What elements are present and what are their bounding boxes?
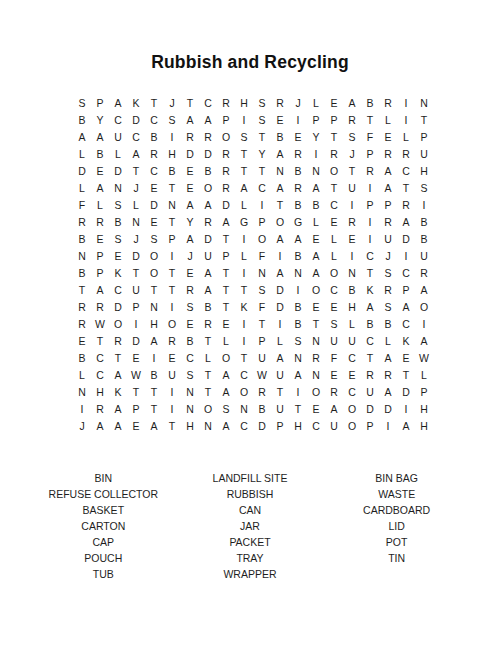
grid-cell: A <box>271 146 289 163</box>
grid-cell: R <box>379 214 397 231</box>
grid-cell: P <box>415 384 433 401</box>
grid-cell: E <box>397 350 415 367</box>
grid-cell: B <box>379 316 397 333</box>
word-list-item: WASTE <box>323 486 470 502</box>
grid-cell: I <box>271 248 289 265</box>
grid-cell: S <box>379 299 397 316</box>
grid-cell: E <box>289 129 307 146</box>
grid-cell: L <box>307 214 325 231</box>
grid-cell: T <box>217 231 235 248</box>
grid-cell: O <box>145 265 163 282</box>
grid-cell: H <box>415 163 433 180</box>
word-list-column: BIN BAGWASTECARDBOARDLIDPOTTIN <box>323 470 470 566</box>
grid-cell: A <box>397 214 415 231</box>
grid-cell: B <box>415 214 433 231</box>
grid-cell: T <box>235 350 253 367</box>
grid-cell: O <box>271 214 289 231</box>
word-list-column: LANDFILL SITERUBBISHCANJARPACKETTRAYWRAP… <box>177 470 324 582</box>
grid-cell: F <box>361 129 379 146</box>
grid-cell: B <box>199 163 217 180</box>
grid-cell: I <box>235 333 253 350</box>
grid-cell: P <box>91 248 109 265</box>
grid-cell: P <box>397 282 415 299</box>
grid-cell: I <box>235 316 253 333</box>
grid-cell: E <box>325 214 343 231</box>
grid-cell: K <box>109 384 127 401</box>
grid-cell: R <box>217 163 235 180</box>
grid-cell: I <box>163 248 181 265</box>
grid-cell: P <box>325 112 343 129</box>
grid-cell: I <box>397 248 415 265</box>
grid-cell: B <box>253 401 271 418</box>
grid-cell: D <box>253 418 271 435</box>
grid-cell: C <box>361 248 379 265</box>
grid-cell: T <box>145 384 163 401</box>
grid-cell: I <box>73 401 91 418</box>
grid-cell: C <box>91 367 109 384</box>
grid-cell: J <box>127 180 145 197</box>
grid-cell: A <box>289 367 307 384</box>
grid-cell: J <box>181 248 199 265</box>
grid-cell: E <box>325 95 343 112</box>
grid-cell: U <box>325 418 343 435</box>
grid-cell: U <box>163 367 181 384</box>
grid-cell: I <box>163 384 181 401</box>
grid-cell: P <box>361 146 379 163</box>
grid-cell: H <box>343 299 361 316</box>
grid-cell: R <box>181 282 199 299</box>
grid-cell: N <box>73 248 91 265</box>
grid-cell: E <box>91 231 109 248</box>
grid-cell: O <box>199 180 217 197</box>
grid-cell: R <box>343 214 361 231</box>
grid-cell: D <box>127 333 145 350</box>
word-list-item: POUCH <box>30 550 177 566</box>
grid-cell: N <box>307 333 325 350</box>
grid-cell: I <box>379 418 397 435</box>
grid-cell: L <box>235 248 253 265</box>
grid-cell: N <box>343 265 361 282</box>
grid-cell: N <box>289 265 307 282</box>
grid-cell: T <box>235 163 253 180</box>
grid-cell: R <box>307 350 325 367</box>
word-list-item: CARTON <box>30 518 177 534</box>
grid-cell: A <box>289 231 307 248</box>
grid-cell: B <box>91 146 109 163</box>
grid-cell: A <box>307 180 325 197</box>
grid-cell: A <box>415 282 433 299</box>
grid-cell: R <box>397 197 415 214</box>
grid-cell: S <box>163 112 181 129</box>
grid-cell: S <box>343 129 361 146</box>
grid-cell: R <box>91 299 109 316</box>
grid-cell: T <box>253 129 271 146</box>
grid-cell: C <box>235 418 253 435</box>
grid-cell: B <box>109 214 127 231</box>
grid-cell: L <box>325 231 343 248</box>
word-list: BINREFUSE COLLECTORBASKETCARTONCAPPOUCHT… <box>30 470 470 582</box>
grid-cell: I <box>253 197 271 214</box>
grid-cell: L <box>325 248 343 265</box>
grid-cell: T <box>73 282 91 299</box>
word-list-item: CARDBOARD <box>323 502 470 518</box>
grid-cell: A <box>145 418 163 435</box>
grid-cell: T <box>361 112 379 129</box>
grid-cell: N <box>109 180 127 197</box>
grid-cell: N <box>145 299 163 316</box>
grid-cell: P <box>127 401 145 418</box>
grid-cell: S <box>379 265 397 282</box>
grid-cell: C <box>181 350 199 367</box>
grid-cell: B <box>289 248 307 265</box>
grid-cell: K <box>235 299 253 316</box>
grid-cell: O <box>343 418 361 435</box>
grid-cell: L <box>343 316 361 333</box>
grid-cell: A <box>199 197 217 214</box>
grid-cell: B <box>73 350 91 367</box>
grid-cell: B <box>289 299 307 316</box>
grid-cell: C <box>127 129 145 146</box>
grid-cell: S <box>73 95 91 112</box>
grid-cell: A <box>181 112 199 129</box>
grid-cell: E <box>109 248 127 265</box>
grid-cell: L <box>73 367 91 384</box>
grid-cell: A <box>109 367 127 384</box>
grid-cell: B <box>307 197 325 214</box>
grid-cell: I <box>235 231 253 248</box>
grid-cell: N <box>73 384 91 401</box>
word-list-item: CAP <box>30 534 177 550</box>
grid-cell: R <box>109 333 127 350</box>
grid-cell: R <box>379 95 397 112</box>
grid-cell: P <box>163 231 181 248</box>
grid-cell: N <box>163 197 181 214</box>
grid-cell: N <box>289 350 307 367</box>
grid-cell: D <box>145 197 163 214</box>
grid-cell: O <box>217 350 235 367</box>
grid-cell: C <box>235 367 253 384</box>
grid-cell: C <box>397 265 415 282</box>
grid-cell: O <box>145 248 163 265</box>
grid-cell: I <box>307 146 325 163</box>
grid-cell: P <box>271 418 289 435</box>
grid-cell: B <box>163 163 181 180</box>
grid-cell: E <box>145 214 163 231</box>
grid-cell: S <box>253 95 271 112</box>
grid-cell: T <box>271 384 289 401</box>
grid-cell: J <box>379 248 397 265</box>
grid-cell: E <box>181 180 199 197</box>
grid-cell: N <box>415 95 433 112</box>
grid-cell: T <box>145 95 163 112</box>
grid-cell: R <box>253 384 271 401</box>
grid-cell: N <box>181 384 199 401</box>
grid-cell: E <box>325 299 343 316</box>
grid-cell: E <box>307 231 325 248</box>
grid-cell: S <box>181 299 199 316</box>
grid-cell: A <box>343 95 361 112</box>
grid-cell: B <box>361 95 379 112</box>
grid-cell: D <box>397 384 415 401</box>
grid-cell: A <box>109 401 127 418</box>
grid-cell: P <box>361 418 379 435</box>
grid-cell: A <box>361 299 379 316</box>
grid-cell: H <box>145 316 163 333</box>
grid-cell: W <box>253 367 271 384</box>
grid-cell: N <box>271 163 289 180</box>
grid-cell: Y <box>91 112 109 129</box>
grid-cell: T <box>199 333 217 350</box>
grid-cell: I <box>361 214 379 231</box>
grid-cell: T <box>127 384 145 401</box>
grid-cell: U <box>379 231 397 248</box>
grid-cell: H <box>235 95 253 112</box>
grid-cell: T <box>145 282 163 299</box>
grid-cell: U <box>127 282 145 299</box>
grid-cell: S <box>289 333 307 350</box>
grid-cell: L <box>415 367 433 384</box>
grid-cell: U <box>109 129 127 146</box>
grid-cell: I <box>415 197 433 214</box>
grid-cell: Y <box>181 214 199 231</box>
grid-cell: I <box>415 316 433 333</box>
grid-cell: U <box>415 248 433 265</box>
grid-cell: I <box>397 95 415 112</box>
grid-cell: C <box>91 350 109 367</box>
grid-cell: S <box>235 129 253 146</box>
grid-cell: I <box>343 197 361 214</box>
grid-cell: H <box>163 146 181 163</box>
grid-cell: U <box>343 180 361 197</box>
grid-cell: N <box>235 401 253 418</box>
grid-cell: R <box>145 146 163 163</box>
grid-cell: P <box>415 129 433 146</box>
grid-cell: T <box>217 282 235 299</box>
grid-cell: A <box>271 265 289 282</box>
grid-cell: B <box>289 163 307 180</box>
grid-cell: C <box>199 95 217 112</box>
grid-cell: T <box>163 180 181 197</box>
grid-cell: I <box>127 316 145 333</box>
grid-cell: I <box>163 129 181 146</box>
grid-cell: B <box>199 299 217 316</box>
grid-cell: D <box>271 282 289 299</box>
grid-cell: B <box>73 231 91 248</box>
grid-cell: B <box>361 316 379 333</box>
grid-cell: D <box>217 197 235 214</box>
grid-cell: K <box>127 95 145 112</box>
grid-cell: D <box>397 231 415 248</box>
word-list-item: LID <box>323 518 470 534</box>
grid-cell: L <box>199 350 217 367</box>
grid-cell: T <box>415 112 433 129</box>
grid-cell: I <box>343 248 361 265</box>
grid-cell: R <box>181 129 199 146</box>
grid-cell: R <box>379 282 397 299</box>
word-list-item: JAR <box>177 518 324 534</box>
grid-cell: R <box>217 95 235 112</box>
grid-cell: B <box>181 333 199 350</box>
grid-cell: A <box>271 231 289 248</box>
grid-cell: P <box>307 112 325 129</box>
grid-cell: D <box>271 299 289 316</box>
grid-cell: U <box>325 333 343 350</box>
grid-cell: A <box>181 231 199 248</box>
grid-cell: P <box>361 197 379 214</box>
grid-cell: F <box>253 299 271 316</box>
grid-cell: A <box>91 418 109 435</box>
grid-cell: S <box>253 112 271 129</box>
grid-cell: E <box>307 401 325 418</box>
grid-cell: T <box>199 367 217 384</box>
grid-cell: B <box>145 129 163 146</box>
grid-cell: A <box>379 163 397 180</box>
grid-cell: L <box>73 180 91 197</box>
grid-cell: C <box>145 112 163 129</box>
puzzle-page: Rubbish and Recycling SPAKTJTCRHSRJLEABR… <box>0 0 500 647</box>
grid-cell: A <box>145 333 163 350</box>
grid-cell: A <box>199 282 217 299</box>
grid-cell: B <box>73 265 91 282</box>
grid-cell: H <box>415 418 433 435</box>
grid-cell: D <box>181 146 199 163</box>
grid-cell: A <box>181 197 199 214</box>
grid-cell: P <box>127 299 145 316</box>
grid-cell: A <box>217 214 235 231</box>
grid-cell: R <box>217 180 235 197</box>
grid-cell: R <box>199 316 217 333</box>
grid-cell: J <box>73 418 91 435</box>
grid-cell: E <box>91 163 109 180</box>
grid-cell: A <box>397 418 415 435</box>
grid-cell: F <box>253 248 271 265</box>
grid-cell: L <box>235 197 253 214</box>
puzzle-title: Rubbish and Recycling <box>0 52 500 73</box>
grid-cell: K <box>397 333 415 350</box>
word-list-item: WRAPPER <box>177 566 324 582</box>
grid-cell: R <box>397 146 415 163</box>
grid-cell: B <box>343 282 361 299</box>
grid-cell: D <box>361 401 379 418</box>
grid-cell: O <box>307 282 325 299</box>
word-search-grid: SPAKTJTCRHSRJLEABRINBYCDCSAAPISEIPPRTLIT… <box>73 95 433 435</box>
grid-cell: T <box>289 401 307 418</box>
grid-cell: R <box>415 265 433 282</box>
grid-cell: I <box>361 231 379 248</box>
grid-cell: A <box>379 350 397 367</box>
grid-cell: P <box>217 248 235 265</box>
grid-cell: P <box>253 214 271 231</box>
grid-cell: T <box>163 265 181 282</box>
grid-cell: A <box>379 180 397 197</box>
grid-cell: W <box>91 316 109 333</box>
grid-cell: C <box>253 180 271 197</box>
grid-cell: A <box>271 350 289 367</box>
grid-cell: O <box>325 163 343 180</box>
grid-cell: L <box>379 112 397 129</box>
grid-cell: O <box>109 316 127 333</box>
grid-cell: C <box>109 282 127 299</box>
grid-cell: E <box>73 333 91 350</box>
grid-cell: E <box>163 350 181 367</box>
grid-cell: A <box>379 384 397 401</box>
word-list-item: LANDFILL SITE <box>177 470 324 486</box>
grid-cell: D <box>199 231 217 248</box>
grid-cell: U <box>253 350 271 367</box>
grid-cell: A <box>199 265 217 282</box>
grid-cell: T <box>253 316 271 333</box>
grid-cell: A <box>91 180 109 197</box>
grid-cell: C <box>325 282 343 299</box>
grid-cell: T <box>235 282 253 299</box>
grid-cell: B <box>289 197 307 214</box>
grid-cell: G <box>235 214 253 231</box>
grid-cell: S <box>109 231 127 248</box>
grid-cell: K <box>361 282 379 299</box>
grid-cell: U <box>343 333 361 350</box>
grid-cell: T <box>397 180 415 197</box>
grid-cell: S <box>253 282 271 299</box>
grid-cell: C <box>325 197 343 214</box>
grid-cell: B <box>73 112 91 129</box>
grid-cell: S <box>415 180 433 197</box>
grid-cell: T <box>163 282 181 299</box>
grid-cell: H <box>289 418 307 435</box>
grid-cell: A <box>397 299 415 316</box>
word-list-item: REFUSE COLLECTOR <box>30 486 177 502</box>
grid-cell: L <box>127 197 145 214</box>
grid-cell: W <box>127 367 145 384</box>
grid-cell: A <box>307 248 325 265</box>
grid-cell: T <box>325 129 343 146</box>
grid-cell: C <box>145 163 163 180</box>
grid-cell: S <box>181 367 199 384</box>
grid-cell: E <box>127 350 145 367</box>
grid-cell: P <box>379 197 397 214</box>
grid-cell: C <box>343 384 361 401</box>
grid-cell: T <box>325 180 343 197</box>
grid-cell: D <box>127 112 145 129</box>
grid-cell: E <box>145 180 163 197</box>
grid-cell: R <box>217 146 235 163</box>
grid-cell: O <box>199 401 217 418</box>
grid-cell: W <box>415 350 433 367</box>
grid-cell: S <box>109 197 127 214</box>
word-list-item: PACKET <box>177 534 324 550</box>
grid-cell: R <box>325 146 343 163</box>
grid-cell: L <box>307 95 325 112</box>
grid-cell: I <box>163 299 181 316</box>
word-list-item: TUB <box>30 566 177 582</box>
grid-cell: C <box>361 333 379 350</box>
grid-cell: U <box>199 248 217 265</box>
grid-cell: B <box>145 367 163 384</box>
grid-cell: T <box>253 163 271 180</box>
grid-cell: L <box>109 146 127 163</box>
grid-cell: N <box>199 418 217 435</box>
grid-cell: A <box>217 384 235 401</box>
grid-cell: D <box>199 146 217 163</box>
grid-cell: T <box>127 265 145 282</box>
grid-cell: R <box>271 95 289 112</box>
grid-cell: T <box>127 163 145 180</box>
grid-cell: G <box>289 214 307 231</box>
grid-cell: A <box>91 129 109 146</box>
grid-cell: E <box>379 129 397 146</box>
grid-cell: S <box>325 316 343 333</box>
grid-cell: T <box>361 265 379 282</box>
grid-cell: R <box>91 401 109 418</box>
